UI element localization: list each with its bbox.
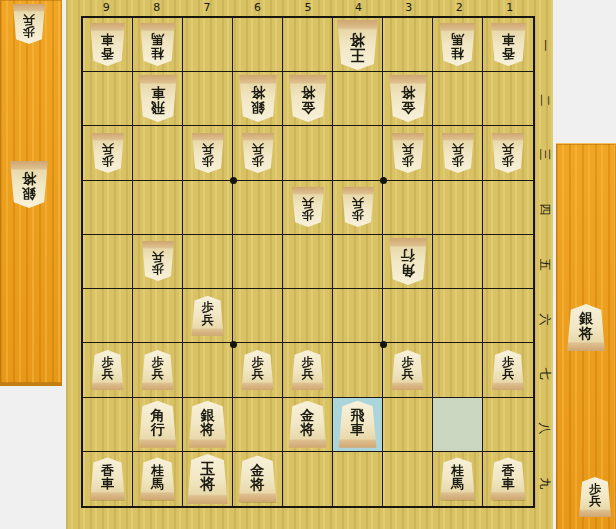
piece-sente-silver[interactable]: 銀将 <box>566 304 606 351</box>
square-1-3[interactable]: 歩兵 <box>483 126 533 180</box>
square-2-7[interactable] <box>433 343 483 397</box>
piece-kanji: 兵 <box>402 143 414 155</box>
square-5-3[interactable] <box>283 126 333 180</box>
square-4-5[interactable] <box>333 235 383 289</box>
piece-kanji: 桂 <box>451 464 464 477</box>
square-3-4[interactable] <box>383 181 433 235</box>
file-labels: 987654321 <box>81 0 535 15</box>
rank-label: 五 <box>536 256 553 273</box>
square-4-8[interactable]: 飛車 <box>333 398 383 452</box>
piece-sente-pawn[interactable]: 歩兵 <box>241 350 275 390</box>
square-7-4[interactable] <box>183 181 233 235</box>
square-9-7[interactable]: 歩兵 <box>83 343 133 397</box>
piece-kanji: 金 <box>301 408 315 422</box>
piece-kanji: 将 <box>251 87 265 101</box>
square-8-7[interactable]: 歩兵 <box>133 343 183 397</box>
square-8-3[interactable] <box>133 126 183 180</box>
gote-hand-tray: 歩兵銀将 <box>0 0 62 386</box>
piece-sente-gold[interactable]: 金将 <box>238 455 278 502</box>
piece-kanji: 歩 <box>302 209 314 221</box>
piece-kanji: 行 <box>151 422 165 436</box>
piece-sente-pawn[interactable]: 歩兵 <box>391 350 425 390</box>
rank-label: 一 <box>536 37 553 54</box>
shogi-board: 香車桂馬王将桂馬香車飛車銀将金将金将歩兵歩兵歩兵歩兵歩兵歩兵歩兵歩兵歩兵角行歩兵… <box>81 16 535 508</box>
square-6-9[interactable]: 金将 <box>233 452 283 506</box>
square-3-1[interactable] <box>383 18 433 72</box>
piece-kanji: 角 <box>401 263 415 277</box>
piece-kanji: 銀 <box>251 101 265 115</box>
square-7-5[interactable] <box>183 235 233 289</box>
piece-sente-knight[interactable]: 桂馬 <box>139 457 176 500</box>
piece-kanji: 兵 <box>152 368 164 380</box>
square-2-2[interactable] <box>433 72 483 126</box>
square-8-2[interactable]: 飛車 <box>133 72 183 126</box>
piece-kanji: 将 <box>579 326 593 340</box>
gote-hand-slot: 銀将 <box>9 161 49 208</box>
square-1-6[interactable] <box>483 289 533 343</box>
square-6-3[interactable]: 歩兵 <box>233 126 283 180</box>
piece-kanji: 兵 <box>302 197 314 209</box>
piece-kanji: 歩 <box>402 155 414 167</box>
piece-kanji: 歩 <box>102 155 114 167</box>
piece-sente-lance[interactable]: 香車 <box>490 457 527 500</box>
piece-kanji: 将 <box>301 87 315 101</box>
square-6-7[interactable]: 歩兵 <box>233 343 283 397</box>
square-3-9[interactable] <box>383 452 433 506</box>
piece-kanji: 馬 <box>451 33 464 46</box>
square-8-4[interactable] <box>133 181 183 235</box>
piece-kanji: 馬 <box>451 477 464 490</box>
piece-gote-pawn[interactable]: 歩兵 <box>141 241 175 281</box>
piece-kanji: 歩 <box>252 155 264 167</box>
file-label: 8 <box>131 0 181 15</box>
piece-kanji: 桂 <box>151 47 164 60</box>
gote-hand-slot: 歩兵 <box>12 4 46 44</box>
square-2-9[interactable]: 桂馬 <box>433 452 483 506</box>
piece-gote-silver[interactable]: 銀将 <box>9 161 49 208</box>
piece-kanji: 銀 <box>22 187 36 201</box>
piece-sente-pawn[interactable]: 歩兵 <box>291 350 325 390</box>
piece-gote-rook[interactable]: 飛車 <box>138 75 178 122</box>
piece-kanji: 歩 <box>23 26 35 38</box>
piece-gote-pawn[interactable]: 歩兵 <box>241 133 275 173</box>
piece-sente-knight[interactable]: 桂馬 <box>439 457 476 500</box>
square-3-2[interactable]: 金将 <box>383 72 433 126</box>
piece-kanji: 将 <box>200 477 215 492</box>
piece-sente-pawn[interactable]: 歩兵 <box>91 350 125 390</box>
square-7-8[interactable]: 銀将 <box>183 398 233 452</box>
piece-kanji: 車 <box>351 422 365 436</box>
piece-kanji: 馬 <box>151 477 164 490</box>
square-5-7[interactable]: 歩兵 <box>283 343 333 397</box>
piece-kanji: 馬 <box>151 33 164 46</box>
file-label: 5 <box>283 0 333 15</box>
piece-gote-gold[interactable]: 金将 <box>288 75 328 122</box>
hoshi-dot <box>230 177 237 184</box>
square-4-7[interactable] <box>333 343 383 397</box>
square-3-6[interactable] <box>383 289 433 343</box>
piece-sente-pawn[interactable]: 歩兵 <box>141 350 175 390</box>
square-4-9[interactable] <box>333 452 383 506</box>
square-1-7[interactable]: 歩兵 <box>483 343 533 397</box>
piece-kanji: 金 <box>251 463 265 477</box>
square-8-5[interactable]: 歩兵 <box>133 235 183 289</box>
file-label: 9 <box>81 0 131 15</box>
square-6-6[interactable] <box>233 289 283 343</box>
piece-kanji: 香 <box>502 47 515 60</box>
square-3-7[interactable]: 歩兵 <box>383 343 433 397</box>
square-5-5[interactable] <box>283 235 333 289</box>
piece-sente-pawn[interactable]: 歩兵 <box>191 296 225 336</box>
sente-hand-slot: 歩兵 <box>578 477 612 517</box>
sente-hand-tray: 銀将歩兵 <box>556 143 616 529</box>
square-9-1[interactable]: 香車 <box>83 18 133 72</box>
square-4-4[interactable]: 歩兵 <box>333 181 383 235</box>
piece-kanji: 兵 <box>202 143 214 155</box>
piece-kanji: 兵 <box>202 314 214 326</box>
piece-kanji: 将 <box>251 477 265 491</box>
piece-sente-silver[interactable]: 銀将 <box>188 401 228 448</box>
piece-gote-pawn[interactable]: 歩兵 <box>291 187 325 227</box>
piece-kanji: 兵 <box>302 368 314 380</box>
square-1-9[interactable]: 香車 <box>483 452 533 506</box>
piece-gote-pawn[interactable]: 歩兵 <box>441 133 475 173</box>
piece-kanji: 行 <box>401 249 415 263</box>
piece-gote-pawn[interactable]: 歩兵 <box>12 4 46 44</box>
piece-gote-knight[interactable]: 桂馬 <box>139 23 176 66</box>
square-1-2[interactable] <box>483 72 533 126</box>
rank-label: 九 <box>536 475 553 492</box>
square-6-8[interactable] <box>233 398 283 452</box>
piece-gote-lance[interactable]: 香車 <box>490 23 527 66</box>
square-9-5[interactable] <box>83 235 133 289</box>
square-3-5[interactable]: 角行 <box>383 235 433 289</box>
square-5-2[interactable]: 金将 <box>283 72 333 126</box>
piece-kanji: 兵 <box>252 143 264 155</box>
square-7-3[interactable]: 歩兵 <box>183 126 233 180</box>
piece-kanji: 兵 <box>502 368 514 380</box>
square-7-7[interactable] <box>183 343 233 397</box>
square-2-6[interactable] <box>433 289 483 343</box>
file-label: 4 <box>333 0 383 15</box>
square-1-4[interactable] <box>483 181 533 235</box>
square-5-6[interactable] <box>283 289 333 343</box>
piece-kanji: 香 <box>101 464 114 477</box>
piece-kanji: 兵 <box>502 143 514 155</box>
square-1-1[interactable]: 香車 <box>483 18 533 72</box>
square-7-2[interactable] <box>183 72 233 126</box>
square-9-9[interactable]: 香車 <box>83 452 133 506</box>
hoshi-dot <box>380 177 387 184</box>
rank-label: 四 <box>536 201 553 218</box>
piece-kanji: 歩 <box>502 155 514 167</box>
hoshi-dot <box>380 341 387 348</box>
piece-kanji: 兵 <box>152 251 164 263</box>
piece-kanji: 銀 <box>201 408 215 422</box>
piece-kanji: 金 <box>401 101 415 115</box>
square-5-9[interactable] <box>283 452 333 506</box>
square-1-8[interactable] <box>483 398 533 452</box>
piece-kanji: 金 <box>301 101 315 115</box>
piece-kanji: 車 <box>101 477 114 490</box>
square-4-2[interactable] <box>333 72 383 126</box>
piece-kanji: 銀 <box>579 311 593 325</box>
rank-label: 八 <box>536 420 553 437</box>
square-5-4[interactable]: 歩兵 <box>283 181 333 235</box>
square-9-3[interactable]: 歩兵 <box>83 126 133 180</box>
file-label: 7 <box>182 0 232 15</box>
square-8-9[interactable]: 桂馬 <box>133 452 183 506</box>
piece-kanji: 兵 <box>402 368 414 380</box>
piece-kanji: 歩 <box>352 209 364 221</box>
rank-label: 三 <box>536 146 553 163</box>
square-2-5[interactable] <box>433 235 483 289</box>
piece-gote-pawn[interactable]: 歩兵 <box>91 133 125 173</box>
file-label: 1 <box>485 0 535 15</box>
piece-sente-gold[interactable]: 金将 <box>288 401 328 448</box>
piece-sente-bishop[interactable]: 角行 <box>138 401 178 448</box>
piece-sente-king[interactable]: 玉将 <box>186 454 229 504</box>
square-7-6[interactable]: 歩兵 <box>183 289 233 343</box>
square-4-3[interactable] <box>333 126 383 180</box>
piece-gote-knight[interactable]: 桂馬 <box>439 23 476 66</box>
piece-gote-silver[interactable]: 銀将 <box>238 75 278 122</box>
piece-kanji: 歩 <box>452 155 464 167</box>
piece-kanji: 桂 <box>151 464 164 477</box>
piece-kanji: 香 <box>101 47 114 60</box>
square-5-8[interactable]: 金将 <box>283 398 333 452</box>
piece-kanji: 歩 <box>152 263 164 275</box>
piece-kanji: 角 <box>151 408 165 422</box>
piece-kanji: 兵 <box>252 368 264 380</box>
piece-kanji: 車 <box>151 87 165 101</box>
rank-label: 七 <box>536 365 553 382</box>
piece-kanji: 兵 <box>23 14 35 26</box>
piece-gote-pawn[interactable]: 歩兵 <box>391 133 425 173</box>
piece-kanji: 将 <box>401 87 415 101</box>
square-2-3[interactable]: 歩兵 <box>433 126 483 180</box>
square-2-4[interactable] <box>433 181 483 235</box>
piece-kanji: 兵 <box>352 197 364 209</box>
sente-hand-slot: 銀将 <box>566 304 606 351</box>
piece-kanji: 将 <box>350 31 365 46</box>
piece-kanji: 兵 <box>452 143 464 155</box>
piece-kanji: 将 <box>301 422 315 436</box>
piece-sente-rook[interactable]: 飛車 <box>338 401 378 448</box>
piece-sente-pawn[interactable]: 歩兵 <box>578 477 612 517</box>
piece-gote-king[interactable]: 王将 <box>336 20 379 70</box>
square-9-6[interactable] <box>83 289 133 343</box>
square-8-6[interactable] <box>133 289 183 343</box>
square-4-6[interactable] <box>333 289 383 343</box>
square-6-1[interactable] <box>233 18 283 72</box>
square-3-3[interactable]: 歩兵 <box>383 126 433 180</box>
file-label: 6 <box>232 0 282 15</box>
rank-label: 六 <box>536 311 553 328</box>
piece-kanji: 兵 <box>102 368 114 380</box>
piece-kanji: 車 <box>101 33 114 46</box>
piece-kanji: 車 <box>502 33 515 46</box>
square-5-1[interactable] <box>283 18 333 72</box>
square-9-2[interactable] <box>83 72 133 126</box>
square-7-9[interactable]: 玉将 <box>183 452 233 506</box>
square-8-1[interactable]: 桂馬 <box>133 18 183 72</box>
piece-kanji: 飛 <box>151 101 165 115</box>
shogi-board-panel: 987654321 香車桂馬王将桂馬香車飛車銀将金将金将歩兵歩兵歩兵歩兵歩兵歩兵… <box>66 0 553 529</box>
square-1-5[interactable] <box>483 235 533 289</box>
square-6-5[interactable] <box>233 235 283 289</box>
square-2-8[interactable] <box>433 398 483 452</box>
square-7-1[interactable] <box>183 18 233 72</box>
piece-gote-pawn[interactable]: 歩兵 <box>341 187 375 227</box>
file-label: 2 <box>434 0 484 15</box>
piece-kanji: 香 <box>502 464 515 477</box>
piece-gote-pawn[interactable]: 歩兵 <box>491 133 525 173</box>
piece-kanji: 将 <box>201 422 215 436</box>
piece-kanji: 兵 <box>589 495 601 507</box>
rank-label: 二 <box>536 92 553 109</box>
square-4-1[interactable]: 王将 <box>333 18 383 72</box>
hoshi-dot <box>230 341 237 348</box>
square-8-8[interactable]: 角行 <box>133 398 183 452</box>
piece-sente-lance[interactable]: 香車 <box>89 457 126 500</box>
piece-kanji: 将 <box>22 172 36 186</box>
square-2-1[interactable]: 桂馬 <box>433 18 483 72</box>
piece-kanji: 桂 <box>451 47 464 60</box>
shogi-game: 歩兵銀将 987654321 香車桂馬王将桂馬香車飛車銀将金将金将歩兵歩兵歩兵歩… <box>0 0 616 529</box>
piece-gote-pawn[interactable]: 歩兵 <box>191 133 225 173</box>
piece-gote-bishop[interactable]: 角行 <box>388 238 428 285</box>
square-9-8[interactable] <box>83 398 133 452</box>
piece-kanji: 車 <box>502 477 515 490</box>
piece-kanji: 歩 <box>202 155 214 167</box>
piece-gote-gold[interactable]: 金将 <box>388 75 428 122</box>
piece-kanji: 飛 <box>351 408 365 422</box>
piece-sente-pawn[interactable]: 歩兵 <box>491 350 525 390</box>
square-6-2[interactable]: 銀将 <box>233 72 283 126</box>
file-label: 3 <box>384 0 434 15</box>
square-6-4[interactable] <box>233 181 283 235</box>
piece-gote-lance[interactable]: 香車 <box>89 23 126 66</box>
piece-kanji: 兵 <box>102 143 114 155</box>
square-9-4[interactable] <box>83 181 133 235</box>
square-3-8[interactable] <box>383 398 433 452</box>
